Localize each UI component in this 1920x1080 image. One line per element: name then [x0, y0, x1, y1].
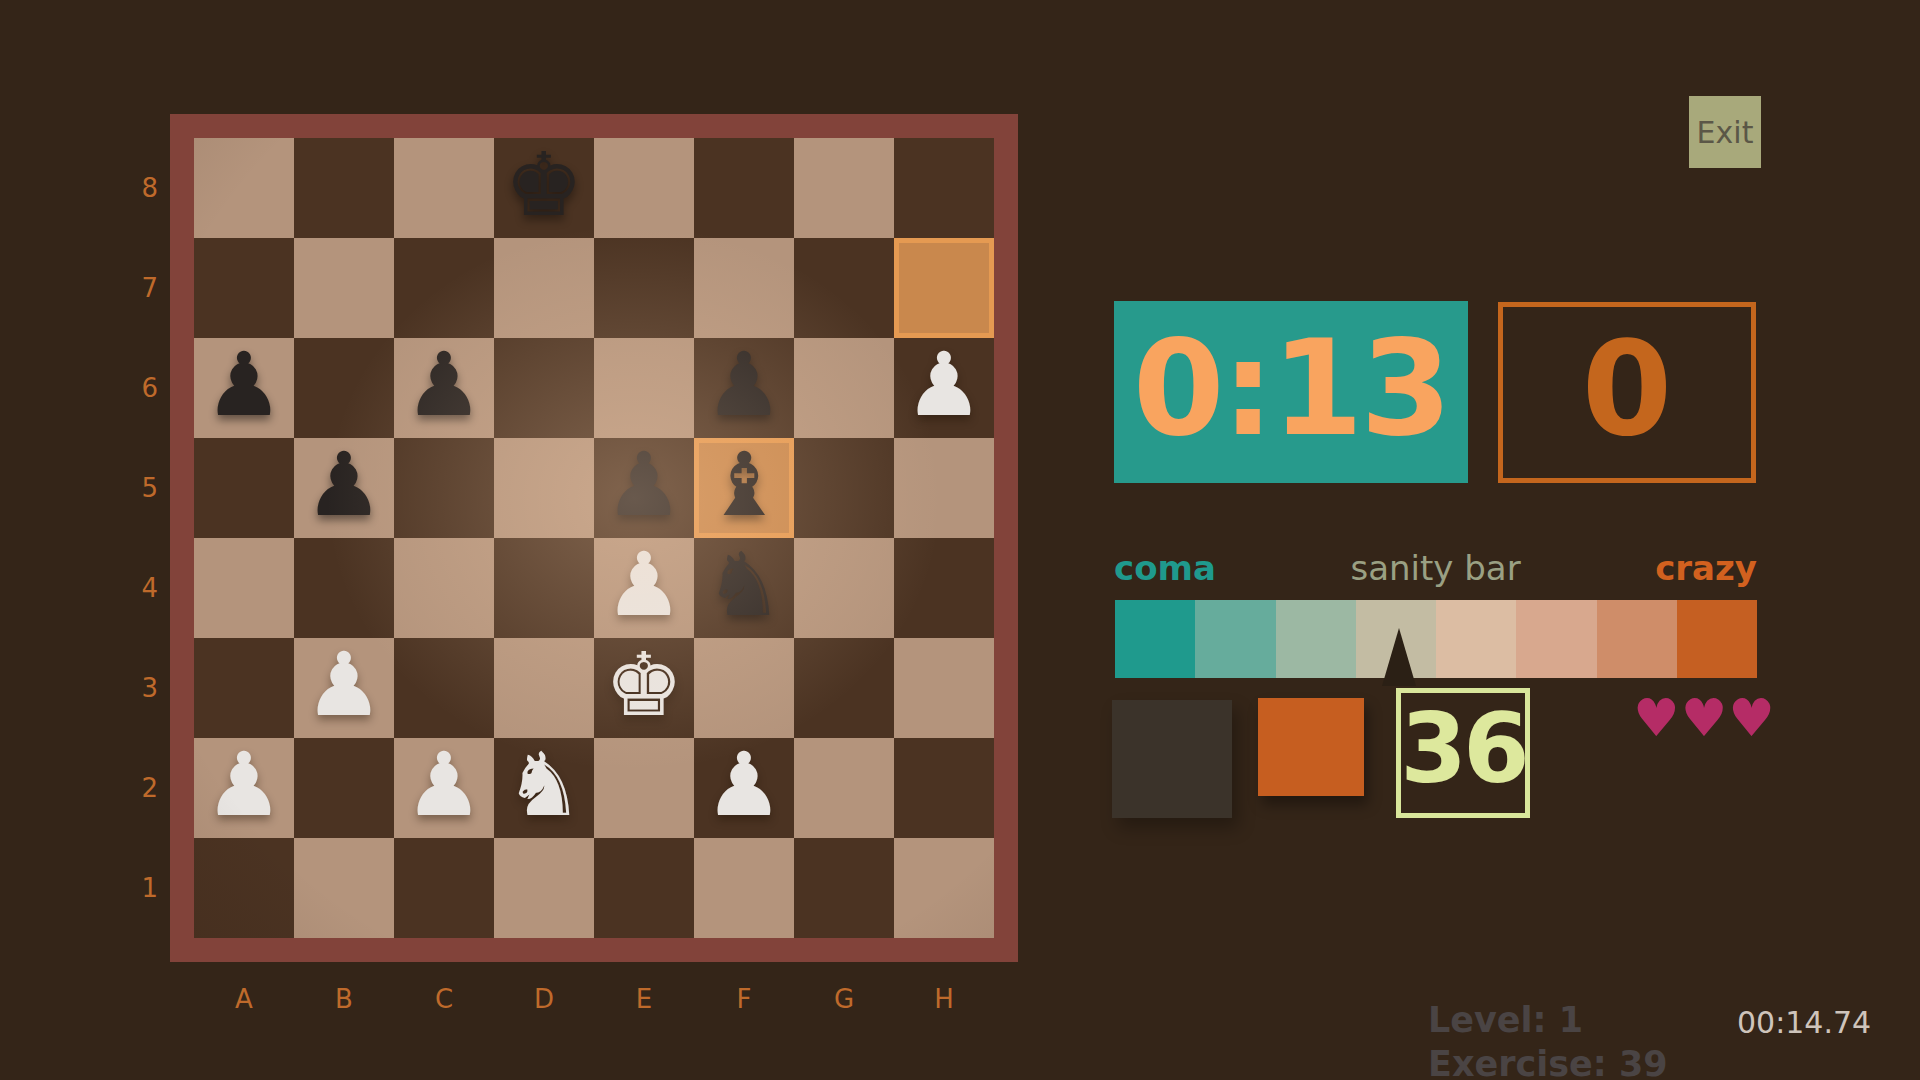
square-f8[interactable]: [694, 138, 794, 238]
square-g8[interactable]: [794, 138, 894, 238]
used-pill-icon: [1131, 718, 1213, 800]
square-h3[interactable]: [894, 638, 994, 738]
sanity-label-title: sanity bar: [1350, 548, 1520, 588]
square-g5[interactable]: [794, 438, 894, 538]
exit-button[interactable]: Exit: [1689, 96, 1761, 168]
square-a7[interactable]: [194, 238, 294, 338]
square-f1[interactable]: [694, 838, 794, 938]
piece-white-pawn[interactable]: ♟: [405, 741, 484, 829]
square-g7[interactable]: [794, 238, 894, 338]
piece-black-knight[interactable]: ♞: [705, 541, 784, 629]
square-b4[interactable]: [294, 538, 394, 638]
pill-counter-box: 36: [1396, 688, 1530, 818]
square-a5[interactable]: [194, 438, 294, 538]
square-a1[interactable]: [194, 838, 294, 938]
square-g4[interactable]: [794, 538, 894, 638]
heart-icon: ♥: [1633, 692, 1680, 744]
square-d8[interactable]: ♚: [494, 138, 594, 238]
square-b7[interactable]: [294, 238, 394, 338]
square-e5[interactable]: ♟: [594, 438, 694, 538]
rank-label-6: 6: [120, 338, 158, 438]
timer-box: 0:13: [1114, 301, 1468, 483]
square-e4[interactable]: ♟: [594, 538, 694, 638]
rank-label-5: 5: [120, 438, 158, 538]
square-g6[interactable]: [794, 338, 894, 438]
piece-black-pawn[interactable]: ♟: [405, 341, 484, 429]
square-d1[interactable]: [494, 838, 594, 938]
square-a2[interactable]: ♟: [194, 738, 294, 838]
piece-black-pawn[interactable]: ♟: [205, 341, 284, 429]
square-b2[interactable]: [294, 738, 394, 838]
piece-white-pawn[interactable]: ♟: [305, 641, 384, 729]
square-h5[interactable]: [894, 438, 994, 538]
square-g3[interactable]: [794, 638, 894, 738]
square-h6[interactable]: ♟: [894, 338, 994, 438]
score-value: 0: [1582, 313, 1672, 465]
file-label-g: G: [794, 984, 894, 1014]
square-h4[interactable]: [894, 538, 994, 638]
piece-white-pawn[interactable]: ♟: [905, 341, 984, 429]
sanity-label-crazy: crazy: [1655, 548, 1757, 588]
piece-black-bishop[interactable]: ♝: [705, 441, 784, 529]
square-b5[interactable]: ♟: [294, 438, 394, 538]
rank-labels: 87654321: [120, 138, 158, 938]
square-b8[interactable]: [294, 138, 394, 238]
square-d6[interactable]: [494, 338, 594, 438]
file-label-e: E: [594, 984, 694, 1014]
piece-white-king[interactable]: ♚: [605, 641, 684, 729]
square-b1[interactable]: [294, 838, 394, 938]
square-e1[interactable]: [594, 838, 694, 938]
square-b6[interactable]: [294, 338, 394, 438]
square-g1[interactable]: [794, 838, 894, 938]
sanity-segment-3: [1276, 600, 1356, 678]
square-e6[interactable]: [594, 338, 694, 438]
heart-icon: ♥: [1681, 692, 1728, 744]
file-label-a: A: [194, 984, 294, 1014]
score-box: 0: [1498, 302, 1756, 483]
pill-icon: [1269, 705, 1352, 788]
square-d2[interactable]: ♞: [494, 738, 594, 838]
file-labels: ABCDEFGH: [194, 984, 994, 1014]
rank-label-7: 7: [120, 238, 158, 338]
square-e2[interactable]: [594, 738, 694, 838]
square-f4[interactable]: ♞: [694, 538, 794, 638]
square-f6[interactable]: ♟: [694, 338, 794, 438]
board-frame: ♚♟♟♟♟♟♟♝♟♞♟♚♟♟♞♟: [170, 114, 1018, 962]
square-h1[interactable]: [894, 838, 994, 938]
file-label-d: D: [494, 984, 594, 1014]
sanity-segment-6: [1516, 600, 1596, 678]
sanity-bar: [1115, 600, 1757, 678]
square-f2[interactable]: ♟: [694, 738, 794, 838]
piece-black-pawn[interactable]: ♟: [605, 441, 684, 529]
square-g2[interactable]: [794, 738, 894, 838]
square-a6[interactable]: ♟: [194, 338, 294, 438]
chess-board: ♚♟♟♟♟♟♟♝♟♞♟♚♟♟♞♟: [194, 138, 994, 938]
square-f7[interactable]: [694, 238, 794, 338]
square-d5[interactable]: [494, 438, 594, 538]
sanity-segment-1: [1115, 600, 1195, 678]
file-label-f: F: [694, 984, 794, 1014]
square-c3[interactable]: [394, 638, 494, 738]
square-a3[interactable]: [194, 638, 294, 738]
rank-label-1: 1: [120, 838, 158, 938]
pill-button[interactable]: [1258, 698, 1364, 796]
square-e3[interactable]: ♚: [594, 638, 694, 738]
square-f5[interactable]: ♝: [694, 438, 794, 538]
square-h8[interactable]: [894, 138, 994, 238]
rank-label-8: 8: [120, 138, 158, 238]
square-d4[interactable]: [494, 538, 594, 638]
square-f3[interactable]: [694, 638, 794, 738]
square-c4[interactable]: [394, 538, 494, 638]
square-d3[interactable]: [494, 638, 594, 738]
rank-label-2: 2: [120, 738, 158, 838]
sanity-segment-8: [1677, 600, 1757, 678]
square-a8[interactable]: [194, 138, 294, 238]
piece-white-pawn[interactable]: ♟: [705, 741, 784, 829]
piece-white-knight[interactable]: ♞: [505, 741, 584, 829]
square-c1[interactable]: [394, 838, 494, 938]
square-c5[interactable]: [394, 438, 494, 538]
rank-label-3: 3: [120, 638, 158, 738]
square-a4[interactable]: [194, 538, 294, 638]
sanity-segment-2: [1195, 600, 1275, 678]
square-b3[interactable]: ♟: [294, 638, 394, 738]
piece-white-pawn[interactable]: ♟: [605, 541, 684, 629]
lives-hearts: ♥♥♥: [1633, 692, 1775, 744]
pill-counter-value: 36: [1400, 693, 1526, 805]
file-label-c: C: [394, 984, 494, 1014]
heart-icon: ♥: [1728, 692, 1775, 744]
square-d7[interactable]: [494, 238, 594, 338]
piece-black-king[interactable]: ♚: [505, 141, 584, 229]
piece-black-pawn[interactable]: ♟: [305, 441, 384, 529]
pill-slot-empty: [1112, 700, 1232, 818]
piece-white-pawn[interactable]: ♟: [205, 741, 284, 829]
game-screen: ♚♟♟♟♟♟♟♝♟♞♟♚♟♟♞♟ 87654321 ABCDEFGH Exit …: [0, 0, 1920, 1080]
rank-label-4: 4: [120, 538, 158, 638]
level-label: Level: 1: [1428, 1000, 1583, 1040]
square-e8[interactable]: [594, 138, 694, 238]
square-c7[interactable]: [394, 238, 494, 338]
square-c2[interactable]: ♟: [394, 738, 494, 838]
sanity-pointer: [1382, 628, 1416, 686]
sanity-labels: coma sanity bar crazy: [1114, 548, 1757, 588]
exercise-label: Exercise: 39: [1428, 1044, 1668, 1080]
square-h2[interactable]: [894, 738, 994, 838]
session-time: 00:14.74: [1737, 1005, 1871, 1040]
piece-black-pawn[interactable]: ♟: [705, 341, 784, 429]
file-label-h: H: [894, 984, 994, 1014]
file-label-b: B: [294, 984, 394, 1014]
square-h7[interactable]: [894, 238, 994, 338]
square-e7[interactable]: [594, 238, 694, 338]
sanity-segment-7: [1597, 600, 1677, 678]
sanity-label-coma: coma: [1114, 548, 1216, 588]
sanity-segment-5: [1436, 600, 1516, 678]
square-c8[interactable]: [394, 138, 494, 238]
exit-button-label: Exit: [1697, 115, 1754, 150]
square-c6[interactable]: ♟: [394, 338, 494, 438]
timer-value: 0:13: [1133, 311, 1449, 465]
